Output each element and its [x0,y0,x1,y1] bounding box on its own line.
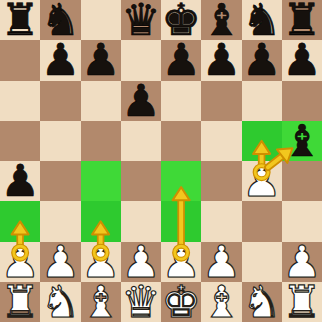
white-knight[interactable]: ♞ [242,282,281,322]
black-pawn[interactable]: ♟ [41,40,80,80]
square-c6[interactable] [81,81,121,121]
square-g4[interactable]: ♟ [242,161,282,201]
black-pawn[interactable]: ♟ [282,40,321,80]
square-c5[interactable] [81,121,121,161]
square-d1[interactable]: ♛ [121,282,161,322]
black-rook[interactable]: ♜ [0,0,39,40]
square-f1[interactable]: ♝ [201,282,241,322]
square-b6[interactable] [40,81,80,121]
square-b1[interactable]: ♞ [40,282,80,322]
chess-app: ♜♞♛♚♝♞♜♟♟♟♟♟♟♟♝♟♟♟♟♟♟♟♟♟♜♞♝♛♚♝♞♜ [0,0,322,322]
square-h7[interactable]: ♟ [282,40,322,80]
white-knight[interactable]: ♞ [41,282,80,322]
square-f6[interactable] [201,81,241,121]
square-a7[interactable] [0,40,40,80]
square-d5[interactable] [121,121,161,161]
chess-board: ♜♞♛♚♝♞♜♟♟♟♟♟♟♟♝♟♟♟♟♟♟♟♟♟♜♞♝♛♚♝♞♜ [0,0,322,322]
white-rook[interactable]: ♜ [282,282,321,322]
square-f4[interactable] [201,161,241,201]
square-c1[interactable]: ♝ [81,282,121,322]
square-g6[interactable] [242,81,282,121]
square-c4[interactable] [81,161,121,201]
square-g3[interactable] [242,201,282,241]
square-a1[interactable]: ♜ [0,282,40,322]
square-b4[interactable] [40,161,80,201]
square-g1[interactable]: ♞ [242,282,282,322]
square-e7[interactable]: ♟ [161,40,201,80]
white-king[interactable]: ♚ [161,282,200,322]
black-pawn[interactable]: ♟ [242,40,281,80]
square-c7[interactable]: ♟ [81,40,121,80]
white-rook[interactable]: ♜ [0,282,39,322]
square-h1[interactable]: ♜ [282,282,322,322]
square-b5[interactable] [40,121,80,161]
square-d4[interactable] [121,161,161,201]
square-e4[interactable] [161,161,201,201]
black-pawn[interactable]: ♟ [202,40,241,80]
square-h4[interactable] [282,161,322,201]
square-a6[interactable] [0,81,40,121]
white-bishop[interactable]: ♝ [81,282,120,322]
white-queen[interactable]: ♛ [121,282,160,322]
square-d6[interactable]: ♟ [121,81,161,121]
black-pawn[interactable]: ♟ [121,81,160,121]
square-a4[interactable]: ♟ [0,161,40,201]
square-e6[interactable] [161,81,201,121]
square-g7[interactable]: ♟ [242,40,282,80]
black-pawn[interactable]: ♟ [81,40,120,80]
white-pawn[interactable]: ♟ [242,161,281,201]
square-e1[interactable]: ♚ [161,282,201,322]
square-b7[interactable]: ♟ [40,40,80,80]
white-bishop[interactable]: ♝ [202,282,241,322]
square-e5[interactable] [161,121,201,161]
black-pawn[interactable]: ♟ [161,40,200,80]
black-queen[interactable]: ♛ [121,0,160,40]
square-d8[interactable]: ♛ [121,0,161,40]
square-h5[interactable]: ♝ [282,121,322,161]
square-a8[interactable]: ♜ [0,0,40,40]
square-f7[interactable]: ♟ [201,40,241,80]
black-pawn[interactable]: ♟ [0,161,39,201]
black-bishop[interactable]: ♝ [282,121,321,161]
square-f5[interactable] [201,121,241,161]
